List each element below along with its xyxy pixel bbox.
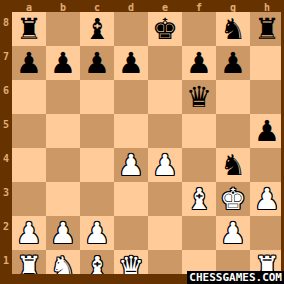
square-d3 bbox=[114, 182, 148, 216]
file-coordinate-labels: abcdefgh bbox=[12, 0, 284, 12]
square-g2: ♟ bbox=[216, 216, 250, 250]
square-h7 bbox=[250, 46, 284, 80]
square-e3 bbox=[148, 182, 182, 216]
square-h6 bbox=[250, 80, 284, 114]
square-d5 bbox=[114, 114, 148, 148]
square-f7: ♟ bbox=[182, 46, 216, 80]
white-pawn: ♟ bbox=[254, 182, 280, 216]
square-d4: ♟ bbox=[114, 148, 148, 182]
square-f6: ♛ bbox=[182, 80, 216, 114]
square-a8: ♜ bbox=[12, 12, 46, 46]
black-pawn: ♟ bbox=[220, 46, 246, 80]
black-knight: ♞ bbox=[220, 12, 246, 46]
white-pawn: ♟ bbox=[16, 216, 42, 250]
square-b2: ♟ bbox=[46, 216, 80, 250]
square-h5: ♟ bbox=[250, 114, 284, 148]
square-b8 bbox=[46, 12, 80, 46]
rank-coordinate-labels: 87654321 bbox=[0, 12, 12, 284]
square-b3 bbox=[46, 182, 80, 216]
square-a3 bbox=[12, 182, 46, 216]
square-e7 bbox=[148, 46, 182, 80]
chess-board: ♜♝♚♞♜♟♟♟♟♟♟♛♟♟♟♞♝♚♟♟♟♟♟♜♞♝♛♜ bbox=[12, 12, 284, 284]
square-b7: ♟ bbox=[46, 46, 80, 80]
square-f2 bbox=[182, 216, 216, 250]
square-a2: ♟ bbox=[12, 216, 46, 250]
square-d6 bbox=[114, 80, 148, 114]
white-king: ♚ bbox=[220, 182, 246, 216]
square-h4 bbox=[250, 148, 284, 182]
square-d2 bbox=[114, 216, 148, 250]
square-e2 bbox=[148, 216, 182, 250]
square-f4 bbox=[182, 148, 216, 182]
black-pawn: ♟ bbox=[254, 114, 280, 148]
chess-diagram-frame: abcdefgh 87654321 ♜♝♚♞♜♟♟♟♟♟♟♛♟♟♟♞♝♚♟♟♟♟… bbox=[0, 0, 284, 284]
chessgames-watermark: CHESSGAMES.COM bbox=[187, 271, 284, 284]
black-pawn: ♟ bbox=[118, 46, 144, 80]
square-f8 bbox=[182, 12, 216, 46]
square-g5 bbox=[216, 114, 250, 148]
rank-label-4: 4 bbox=[0, 148, 12, 182]
black-rook: ♜ bbox=[16, 12, 42, 46]
white-bishop: ♝ bbox=[186, 182, 212, 216]
square-f3: ♝ bbox=[182, 182, 216, 216]
square-e4: ♟ bbox=[148, 148, 182, 182]
square-c6 bbox=[80, 80, 114, 114]
white-pawn: ♟ bbox=[152, 148, 178, 182]
square-e6 bbox=[148, 80, 182, 114]
square-h3: ♟ bbox=[250, 182, 284, 216]
square-e5 bbox=[148, 114, 182, 148]
square-c8: ♝ bbox=[80, 12, 114, 46]
square-a6 bbox=[12, 80, 46, 114]
square-c3 bbox=[80, 182, 114, 216]
square-a5 bbox=[12, 114, 46, 148]
black-pawn: ♟ bbox=[84, 46, 110, 80]
square-b4 bbox=[46, 148, 80, 182]
square-c5 bbox=[80, 114, 114, 148]
square-g4: ♞ bbox=[216, 148, 250, 182]
square-b5 bbox=[46, 114, 80, 148]
white-pawn: ♟ bbox=[220, 216, 246, 250]
square-d7: ♟ bbox=[114, 46, 148, 80]
rank-label-3: 3 bbox=[0, 182, 12, 216]
square-g8: ♞ bbox=[216, 12, 250, 46]
black-pawn: ♟ bbox=[50, 46, 76, 80]
rank-label-2: 2 bbox=[0, 216, 12, 250]
square-a7: ♟ bbox=[12, 46, 46, 80]
square-a4 bbox=[12, 148, 46, 182]
white-pawn: ♟ bbox=[84, 216, 110, 250]
rank-label-5: 5 bbox=[0, 114, 12, 148]
black-bishop: ♝ bbox=[84, 12, 110, 46]
rank-label-8: 8 bbox=[0, 12, 12, 46]
black-queen: ♛ bbox=[186, 80, 212, 114]
black-pawn: ♟ bbox=[16, 46, 42, 80]
square-g7: ♟ bbox=[216, 46, 250, 80]
black-king: ♚ bbox=[152, 12, 178, 46]
black-rook: ♜ bbox=[254, 12, 280, 46]
board-frame-right-edge bbox=[281, 0, 284, 284]
square-f5 bbox=[182, 114, 216, 148]
square-e8: ♚ bbox=[148, 12, 182, 46]
square-g3: ♚ bbox=[216, 182, 250, 216]
square-c7: ♟ bbox=[80, 46, 114, 80]
black-knight: ♞ bbox=[220, 148, 246, 182]
black-pawn: ♟ bbox=[186, 46, 212, 80]
square-c2: ♟ bbox=[80, 216, 114, 250]
white-pawn: ♟ bbox=[50, 216, 76, 250]
square-c4 bbox=[80, 148, 114, 182]
square-h2 bbox=[250, 216, 284, 250]
chessgames-watermark-text: CHESSGAMES.COM bbox=[189, 271, 282, 284]
square-g6 bbox=[216, 80, 250, 114]
square-d8 bbox=[114, 12, 148, 46]
square-b6 bbox=[46, 80, 80, 114]
rank-label-7: 7 bbox=[0, 46, 12, 80]
rank-label-6: 6 bbox=[0, 80, 12, 114]
square-h8: ♜ bbox=[250, 12, 284, 46]
white-pawn: ♟ bbox=[118, 148, 144, 182]
